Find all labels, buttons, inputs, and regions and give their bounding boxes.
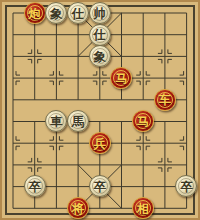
piece-glyph: 兵 [93,137,106,150]
xiangqi-piece-red-elephant[interactable]: 相 [132,197,154,219]
piece-glyph: 車 [50,116,63,129]
piece-grid: 炮象仕帅仕象马车車馬马兵卒卒卒将相 [2,2,197,219]
piece-glyph: 马 [137,116,150,129]
xiangqi-piece-ivory-soldier[interactable]: 卒 [175,175,197,197]
xiangqi-piece-ivory-soldier[interactable]: 卒 [24,175,46,197]
piece-glyph: 仕 [72,7,85,20]
piece-glyph: 馬 [72,116,85,129]
xiangqi-piece-ivory-general[interactable]: 帅 [89,2,111,24]
piece-glyph: 象 [93,51,106,64]
xiangqi-piece-ivory-advisor[interactable]: 仕 [89,24,111,46]
piece-glyph: 车 [159,94,172,107]
xiangqi-piece-ivory-soldier[interactable]: 卒 [89,175,111,197]
piece-glyph: 卒 [180,181,193,194]
xiangqi-piece-red-cannon[interactable]: 炮 [24,2,46,24]
xiangqi-piece-red-chariot[interactable]: 车 [154,89,176,111]
xiangqi-piece-ivory-chariot[interactable]: 車 [45,110,67,132]
xiangqi-piece-ivory-elephant[interactable]: 象 [89,45,111,67]
xiangqi-piece-red-horse[interactable]: 马 [132,110,154,132]
piece-glyph: 将 [72,202,85,215]
xiangqi-app-window: 炮象仕帅仕象马车車馬马兵卒卒卒将相 [0,0,200,220]
piece-glyph: 马 [115,72,128,85]
piece-glyph: 象 [50,7,63,20]
xiangqi-piece-ivory-elephant[interactable]: 象 [45,2,67,24]
piece-glyph: 相 [137,202,150,215]
xiangqi-piece-red-horse[interactable]: 马 [110,67,132,89]
piece-glyph: 炮 [28,7,41,20]
piece-glyph: 卒 [28,181,41,194]
xiangqi-piece-red-soldier[interactable]: 兵 [89,132,111,154]
piece-glyph: 卒 [93,181,106,194]
xiangqi-piece-ivory-horse[interactable]: 馬 [67,110,89,132]
xiangqi-piece-ivory-advisor[interactable]: 仕 [67,2,89,24]
piece-glyph: 帅 [93,7,106,20]
piece-glyph: 仕 [93,29,106,42]
xiangqi-piece-red-general[interactable]: 将 [67,197,89,219]
